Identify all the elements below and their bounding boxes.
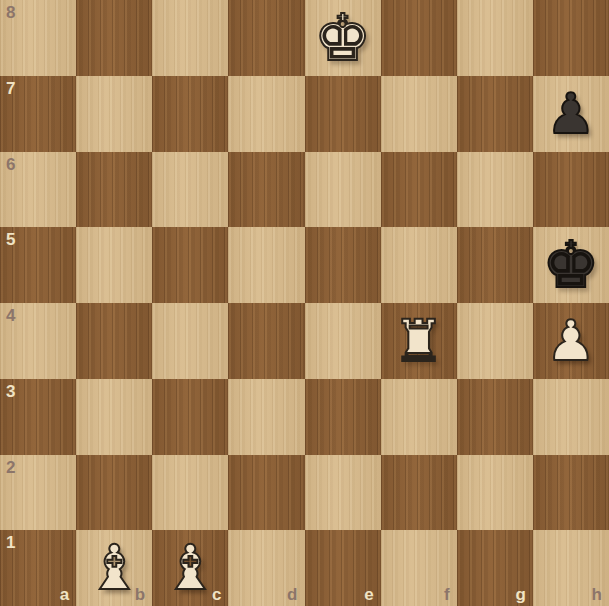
rank-label-4: 4 xyxy=(6,307,15,324)
square-c8[interactable] xyxy=(152,0,228,76)
square-a8[interactable]: 8 xyxy=(0,0,76,76)
square-d3[interactable] xyxy=(228,379,304,455)
square-e8[interactable]: ♚ xyxy=(305,0,381,76)
square-e6[interactable] xyxy=(305,152,381,228)
square-c5[interactable] xyxy=(152,227,228,303)
square-h8[interactable] xyxy=(533,0,609,76)
square-a1[interactable]: 1a xyxy=(0,530,76,606)
square-h2[interactable] xyxy=(533,455,609,531)
square-b3[interactable] xyxy=(76,379,152,455)
square-f8[interactable] xyxy=(381,0,457,76)
square-b8[interactable] xyxy=(76,0,152,76)
square-c1[interactable]: c♝ xyxy=(152,530,228,606)
square-a7[interactable]: 7 xyxy=(0,76,76,152)
square-e4[interactable] xyxy=(305,303,381,379)
file-label-d: d xyxy=(287,586,297,603)
square-b7[interactable] xyxy=(76,76,152,152)
white-pawn[interactable]: ♟ xyxy=(546,313,596,369)
square-c7[interactable] xyxy=(152,76,228,152)
square-g3[interactable] xyxy=(457,379,533,455)
square-f3[interactable] xyxy=(381,379,457,455)
square-h7[interactable]: ♟ xyxy=(533,76,609,152)
square-e3[interactable] xyxy=(305,379,381,455)
rank-label-7: 7 xyxy=(6,80,15,97)
square-d2[interactable] xyxy=(228,455,304,531)
square-g4[interactable] xyxy=(457,303,533,379)
file-label-e: e xyxy=(364,586,373,603)
square-a4[interactable]: 4 xyxy=(0,303,76,379)
square-c6[interactable] xyxy=(152,152,228,228)
square-f7[interactable] xyxy=(381,76,457,152)
rank-label-3: 3 xyxy=(6,383,15,400)
square-a3[interactable]: 3 xyxy=(0,379,76,455)
square-b2[interactable] xyxy=(76,455,152,531)
square-f2[interactable] xyxy=(381,455,457,531)
black-king[interactable]: ♚ xyxy=(542,233,599,297)
square-d1[interactable]: d xyxy=(228,530,304,606)
square-a6[interactable]: 6 xyxy=(0,152,76,228)
square-d4[interactable] xyxy=(228,303,304,379)
white-bishop[interactable]: ♝ xyxy=(163,537,219,599)
white-king[interactable]: ♚ xyxy=(314,6,371,70)
square-a5[interactable]: 5 xyxy=(0,227,76,303)
square-d6[interactable] xyxy=(228,152,304,228)
square-h5[interactable]: ♚ xyxy=(533,227,609,303)
rank-label-6: 6 xyxy=(6,156,15,173)
square-d5[interactable] xyxy=(228,227,304,303)
square-b5[interactable] xyxy=(76,227,152,303)
square-g8[interactable] xyxy=(457,0,533,76)
file-label-g: g xyxy=(515,586,525,603)
square-a2[interactable]: 2 xyxy=(0,455,76,531)
rank-label-1: 1 xyxy=(6,534,15,551)
rank-label-5: 5 xyxy=(6,231,15,248)
file-label-f: f xyxy=(444,586,450,603)
square-e5[interactable] xyxy=(305,227,381,303)
square-b4[interactable] xyxy=(76,303,152,379)
square-c3[interactable] xyxy=(152,379,228,455)
square-g7[interactable] xyxy=(457,76,533,152)
square-h6[interactable] xyxy=(533,152,609,228)
square-g1[interactable]: g xyxy=(457,530,533,606)
square-f1[interactable]: f xyxy=(381,530,457,606)
square-g2[interactable] xyxy=(457,455,533,531)
square-d8[interactable] xyxy=(228,0,304,76)
square-f5[interactable] xyxy=(381,227,457,303)
white-bishop[interactable]: ♝ xyxy=(86,537,142,599)
square-h1[interactable]: h xyxy=(533,530,609,606)
rank-label-8: 8 xyxy=(6,4,15,21)
square-h3[interactable] xyxy=(533,379,609,455)
square-h4[interactable]: ♟ xyxy=(533,303,609,379)
square-f4[interactable]: ♜ xyxy=(381,303,457,379)
chess-app: 8♚7♟65♚4♜♟321ab♝c♝defgh xyxy=(0,0,609,606)
square-b1[interactable]: b♝ xyxy=(76,530,152,606)
square-e1[interactable]: e xyxy=(305,530,381,606)
square-c2[interactable] xyxy=(152,455,228,531)
square-g6[interactable] xyxy=(457,152,533,228)
black-pawn[interactable]: ♟ xyxy=(546,86,596,142)
square-b6[interactable] xyxy=(76,152,152,228)
square-g5[interactable] xyxy=(457,227,533,303)
file-label-h: h xyxy=(592,586,602,603)
chess-board: 8♚7♟65♚4♜♟321ab♝c♝defgh xyxy=(0,0,609,606)
white-rook[interactable]: ♜ xyxy=(393,312,445,370)
square-f6[interactable] xyxy=(381,152,457,228)
square-c4[interactable] xyxy=(152,303,228,379)
file-label-a: a xyxy=(60,586,69,603)
rank-label-2: 2 xyxy=(6,459,15,476)
square-e7[interactable] xyxy=(305,76,381,152)
square-d7[interactable] xyxy=(228,76,304,152)
square-e2[interactable] xyxy=(305,455,381,531)
